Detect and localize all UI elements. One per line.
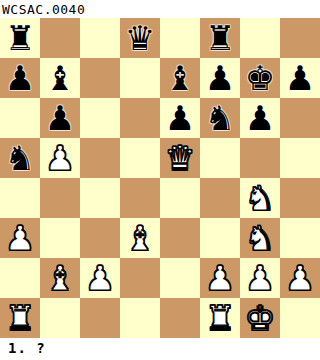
square-a4[interactable] <box>0 178 40 218</box>
piece-white-king: ♚ <box>245 298 275 338</box>
square-b8[interactable] <box>40 18 80 58</box>
piece-black-rook: ♜ <box>5 18 35 58</box>
square-g3[interactable]: ♞ <box>240 218 280 258</box>
square-d4[interactable] <box>120 178 160 218</box>
square-f4[interactable] <box>200 178 240 218</box>
square-e7[interactable]: ♝ <box>160 58 200 98</box>
square-d5[interactable] <box>120 138 160 178</box>
square-h7[interactable]: ♟ <box>280 58 320 98</box>
piece-white-knight: ♞ <box>245 178 275 218</box>
piece-black-rook: ♜ <box>205 18 235 58</box>
square-g5[interactable] <box>240 138 280 178</box>
piece-white-rook: ♜ <box>205 298 235 338</box>
square-c5[interactable] <box>80 138 120 178</box>
square-h3[interactable] <box>280 218 320 258</box>
square-a5[interactable]: ♞ <box>0 138 40 178</box>
square-g2[interactable]: ♟ <box>240 258 280 298</box>
piece-white-queen: ♛ <box>165 138 195 178</box>
square-g4[interactable]: ♞ <box>240 178 280 218</box>
piece-white-pawn: ♟ <box>285 258 315 298</box>
square-b3[interactable] <box>40 218 80 258</box>
square-f8[interactable]: ♜ <box>200 18 240 58</box>
square-h4[interactable] <box>280 178 320 218</box>
square-h8[interactable] <box>280 18 320 58</box>
square-f3[interactable] <box>200 218 240 258</box>
piece-white-rook: ♜ <box>5 298 35 338</box>
square-b7[interactable]: ♝ <box>40 58 80 98</box>
piece-black-king: ♚ <box>245 58 275 98</box>
piece-white-pawn: ♟ <box>85 258 115 298</box>
piece-black-bishop: ♝ <box>45 58 75 98</box>
piece-white-pawn: ♟ <box>45 138 75 178</box>
square-a6[interactable] <box>0 98 40 138</box>
chess-board: ♜♛♜♟♝♝♟♚♟♟♟♞♟♞♟♛♞♟♝♞♝♟♟♟♟♜♜♚ <box>0 18 320 338</box>
square-g7[interactable]: ♚ <box>240 58 280 98</box>
square-f5[interactable] <box>200 138 240 178</box>
square-c1[interactable] <box>80 298 120 338</box>
square-e1[interactable] <box>160 298 200 338</box>
square-e2[interactable] <box>160 258 200 298</box>
piece-black-knight: ♞ <box>5 138 35 178</box>
square-a2[interactable] <box>0 258 40 298</box>
piece-black-pawn: ♟ <box>285 58 315 98</box>
square-b5[interactable]: ♟ <box>40 138 80 178</box>
square-d7[interactable] <box>120 58 160 98</box>
square-a1[interactable]: ♜ <box>0 298 40 338</box>
piece-black-pawn: ♟ <box>245 98 275 138</box>
piece-white-pawn: ♟ <box>205 258 235 298</box>
square-f6[interactable]: ♞ <box>200 98 240 138</box>
piece-white-pawn: ♟ <box>5 218 35 258</box>
square-e3[interactable] <box>160 218 200 258</box>
piece-white-bishop: ♝ <box>125 218 155 258</box>
piece-black-pawn: ♟ <box>45 98 75 138</box>
square-c4[interactable] <box>80 178 120 218</box>
square-a3[interactable]: ♟ <box>0 218 40 258</box>
square-h1[interactable] <box>280 298 320 338</box>
piece-white-pawn: ♟ <box>245 258 275 298</box>
square-e5[interactable]: ♛ <box>160 138 200 178</box>
square-d3[interactable]: ♝ <box>120 218 160 258</box>
square-h5[interactable] <box>280 138 320 178</box>
square-h2[interactable]: ♟ <box>280 258 320 298</box>
piece-black-pawn: ♟ <box>205 58 235 98</box>
square-b4[interactable] <box>40 178 80 218</box>
square-b1[interactable] <box>40 298 80 338</box>
square-c3[interactable] <box>80 218 120 258</box>
move-prompt: 1. ? <box>8 340 46 356</box>
square-c8[interactable] <box>80 18 120 58</box>
square-d1[interactable] <box>120 298 160 338</box>
piece-white-knight: ♞ <box>245 218 275 258</box>
square-b6[interactable]: ♟ <box>40 98 80 138</box>
square-g8[interactable] <box>240 18 280 58</box>
piece-black-bishop: ♝ <box>165 58 195 98</box>
square-e6[interactable]: ♟ <box>160 98 200 138</box>
square-f1[interactable]: ♜ <box>200 298 240 338</box>
square-a8[interactable]: ♜ <box>0 18 40 58</box>
square-e8[interactable] <box>160 18 200 58</box>
square-c7[interactable] <box>80 58 120 98</box>
page-title: WCSAC.0040 <box>2 1 85 18</box>
square-a7[interactable]: ♟ <box>0 58 40 98</box>
square-f2[interactable]: ♟ <box>200 258 240 298</box>
square-e4[interactable] <box>160 178 200 218</box>
square-g1[interactable]: ♚ <box>240 298 280 338</box>
piece-black-queen: ♛ <box>125 18 155 58</box>
square-g6[interactable]: ♟ <box>240 98 280 138</box>
square-c6[interactable] <box>80 98 120 138</box>
piece-black-pawn: ♟ <box>5 58 35 98</box>
piece-black-knight: ♞ <box>205 98 235 138</box>
piece-white-bishop: ♝ <box>45 258 75 298</box>
square-c2[interactable]: ♟ <box>80 258 120 298</box>
square-d2[interactable] <box>120 258 160 298</box>
square-h6[interactable] <box>280 98 320 138</box>
square-f7[interactable]: ♟ <box>200 58 240 98</box>
square-d6[interactable] <box>120 98 160 138</box>
square-b2[interactable]: ♝ <box>40 258 80 298</box>
square-d8[interactable]: ♛ <box>120 18 160 58</box>
piece-black-pawn: ♟ <box>165 98 195 138</box>
